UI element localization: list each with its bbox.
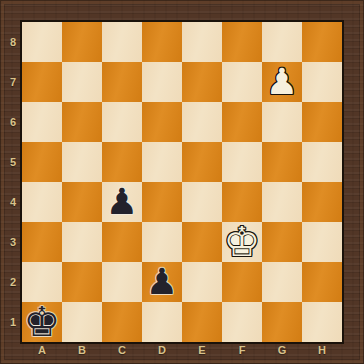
square-c4[interactable]: ♟ (102, 182, 142, 222)
square-g3[interactable] (262, 222, 302, 262)
square-b3[interactable] (62, 222, 102, 262)
square-e8[interactable] (182, 22, 222, 62)
square-f7[interactable] (222, 62, 262, 102)
square-g1[interactable] (262, 302, 302, 342)
square-f6[interactable] (222, 102, 262, 142)
square-g8[interactable] (262, 22, 302, 62)
square-d3[interactable] (142, 222, 182, 262)
square-b7[interactable] (62, 62, 102, 102)
square-a5[interactable] (22, 142, 62, 182)
square-h5[interactable] (302, 142, 342, 182)
square-a2[interactable] (22, 262, 62, 302)
black-pawn[interactable]: ♟ (106, 182, 138, 222)
square-f2[interactable] (222, 262, 262, 302)
square-h6[interactable] (302, 102, 342, 142)
file-label-f: F (222, 344, 262, 357)
square-h4[interactable] (302, 182, 342, 222)
file-label-a: A (22, 344, 62, 357)
square-h8[interactable] (302, 22, 342, 62)
file-label-g: G (262, 344, 302, 357)
file-label-h: H (302, 344, 342, 357)
rank-label-5: 5 (4, 142, 22, 182)
square-b2[interactable] (62, 262, 102, 302)
square-e6[interactable] (182, 102, 222, 142)
square-h1[interactable] (302, 302, 342, 342)
square-h2[interactable] (302, 262, 342, 302)
square-e3[interactable] (182, 222, 222, 262)
square-d2[interactable]: ♟ (142, 262, 182, 302)
rank-label-4: 4 (4, 182, 22, 222)
rank-label-7: 7 (4, 62, 22, 102)
square-a3[interactable] (22, 222, 62, 262)
square-d5[interactable] (142, 142, 182, 182)
file-label-e: E (182, 344, 222, 357)
square-b8[interactable] (62, 22, 102, 62)
square-f5[interactable] (222, 142, 262, 182)
square-a7[interactable] (22, 62, 62, 102)
square-a4[interactable] (22, 182, 62, 222)
square-f4[interactable] (222, 182, 262, 222)
square-e5[interactable] (182, 142, 222, 182)
rank-label-8: 8 (4, 22, 22, 62)
black-pawn[interactable]: ♟ (146, 262, 178, 302)
square-d4[interactable] (142, 182, 182, 222)
square-b5[interactable] (62, 142, 102, 182)
white-pawn[interactable]: ♟ (266, 62, 298, 102)
square-c7[interactable] (102, 62, 142, 102)
square-h3[interactable] (302, 222, 342, 262)
square-d8[interactable] (142, 22, 182, 62)
square-d1[interactable] (142, 302, 182, 342)
square-f3[interactable]: ♚ (222, 222, 262, 262)
white-king[interactable]: ♚ (224, 222, 261, 262)
square-b1[interactable] (62, 302, 102, 342)
square-c5[interactable] (102, 142, 142, 182)
square-a6[interactable] (22, 102, 62, 142)
rank-label-2: 2 (4, 262, 22, 302)
square-e4[interactable] (182, 182, 222, 222)
square-g2[interactable] (262, 262, 302, 302)
rank-label-3: 3 (4, 222, 22, 262)
square-c3[interactable] (102, 222, 142, 262)
square-g5[interactable] (262, 142, 302, 182)
square-c2[interactable] (102, 262, 142, 302)
square-e7[interactable] (182, 62, 222, 102)
chess-board-frame: ♟♟♚♟♚ 87654321 ABCDEFGH (0, 0, 364, 364)
square-e1[interactable] (182, 302, 222, 342)
black-king[interactable]: ♚ (24, 302, 61, 342)
square-a8[interactable] (22, 22, 62, 62)
square-g7[interactable]: ♟ (262, 62, 302, 102)
square-h7[interactable] (302, 62, 342, 102)
square-d6[interactable] (142, 102, 182, 142)
square-c8[interactable] (102, 22, 142, 62)
rank-label-6: 6 (4, 102, 22, 142)
square-c6[interactable] (102, 102, 142, 142)
square-b6[interactable] (62, 102, 102, 142)
square-d7[interactable] (142, 62, 182, 102)
square-f8[interactable] (222, 22, 262, 62)
rank-label-1: 1 (4, 302, 22, 342)
file-label-c: C (102, 344, 142, 357)
chess-board: ♟♟♚♟♚ (20, 20, 344, 344)
square-f1[interactable] (222, 302, 262, 342)
square-c1[interactable] (102, 302, 142, 342)
file-label-b: B (62, 344, 102, 357)
file-label-d: D (142, 344, 182, 357)
square-g6[interactable] (262, 102, 302, 142)
square-g4[interactable] (262, 182, 302, 222)
square-b4[interactable] (62, 182, 102, 222)
square-e2[interactable] (182, 262, 222, 302)
square-a1[interactable]: ♚ (22, 302, 62, 342)
